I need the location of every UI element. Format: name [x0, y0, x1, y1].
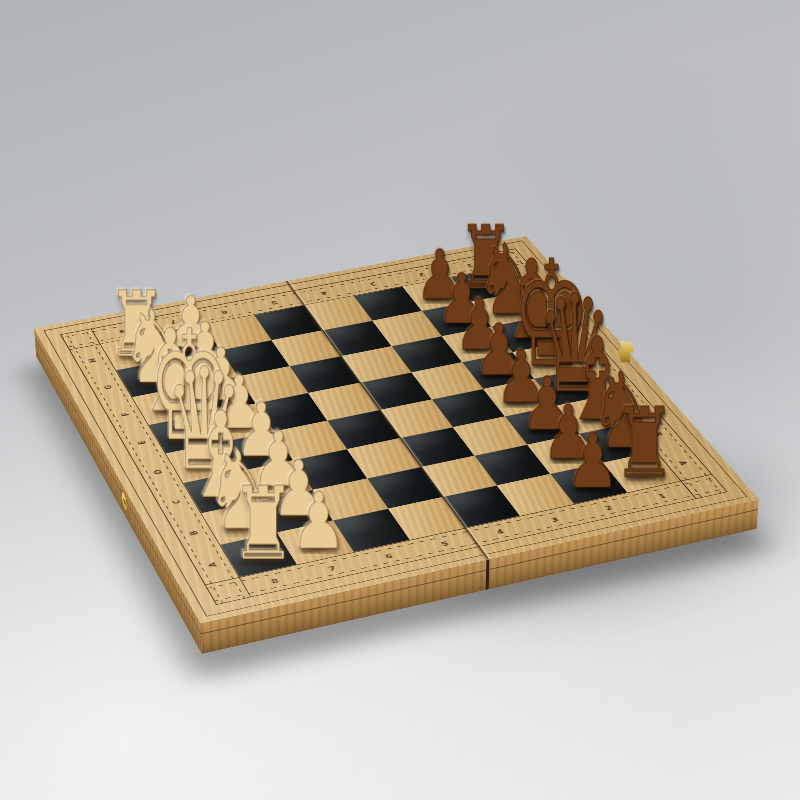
scene: 87654321 87654321 HGFEDCBA HGFEDCBA ♜♞♝♚…	[0, 0, 800, 800]
perspective-wrapper: 87654321 87654321 HGFEDCBA HGFEDCBA ♜♞♝♚…	[0, 0, 800, 800]
